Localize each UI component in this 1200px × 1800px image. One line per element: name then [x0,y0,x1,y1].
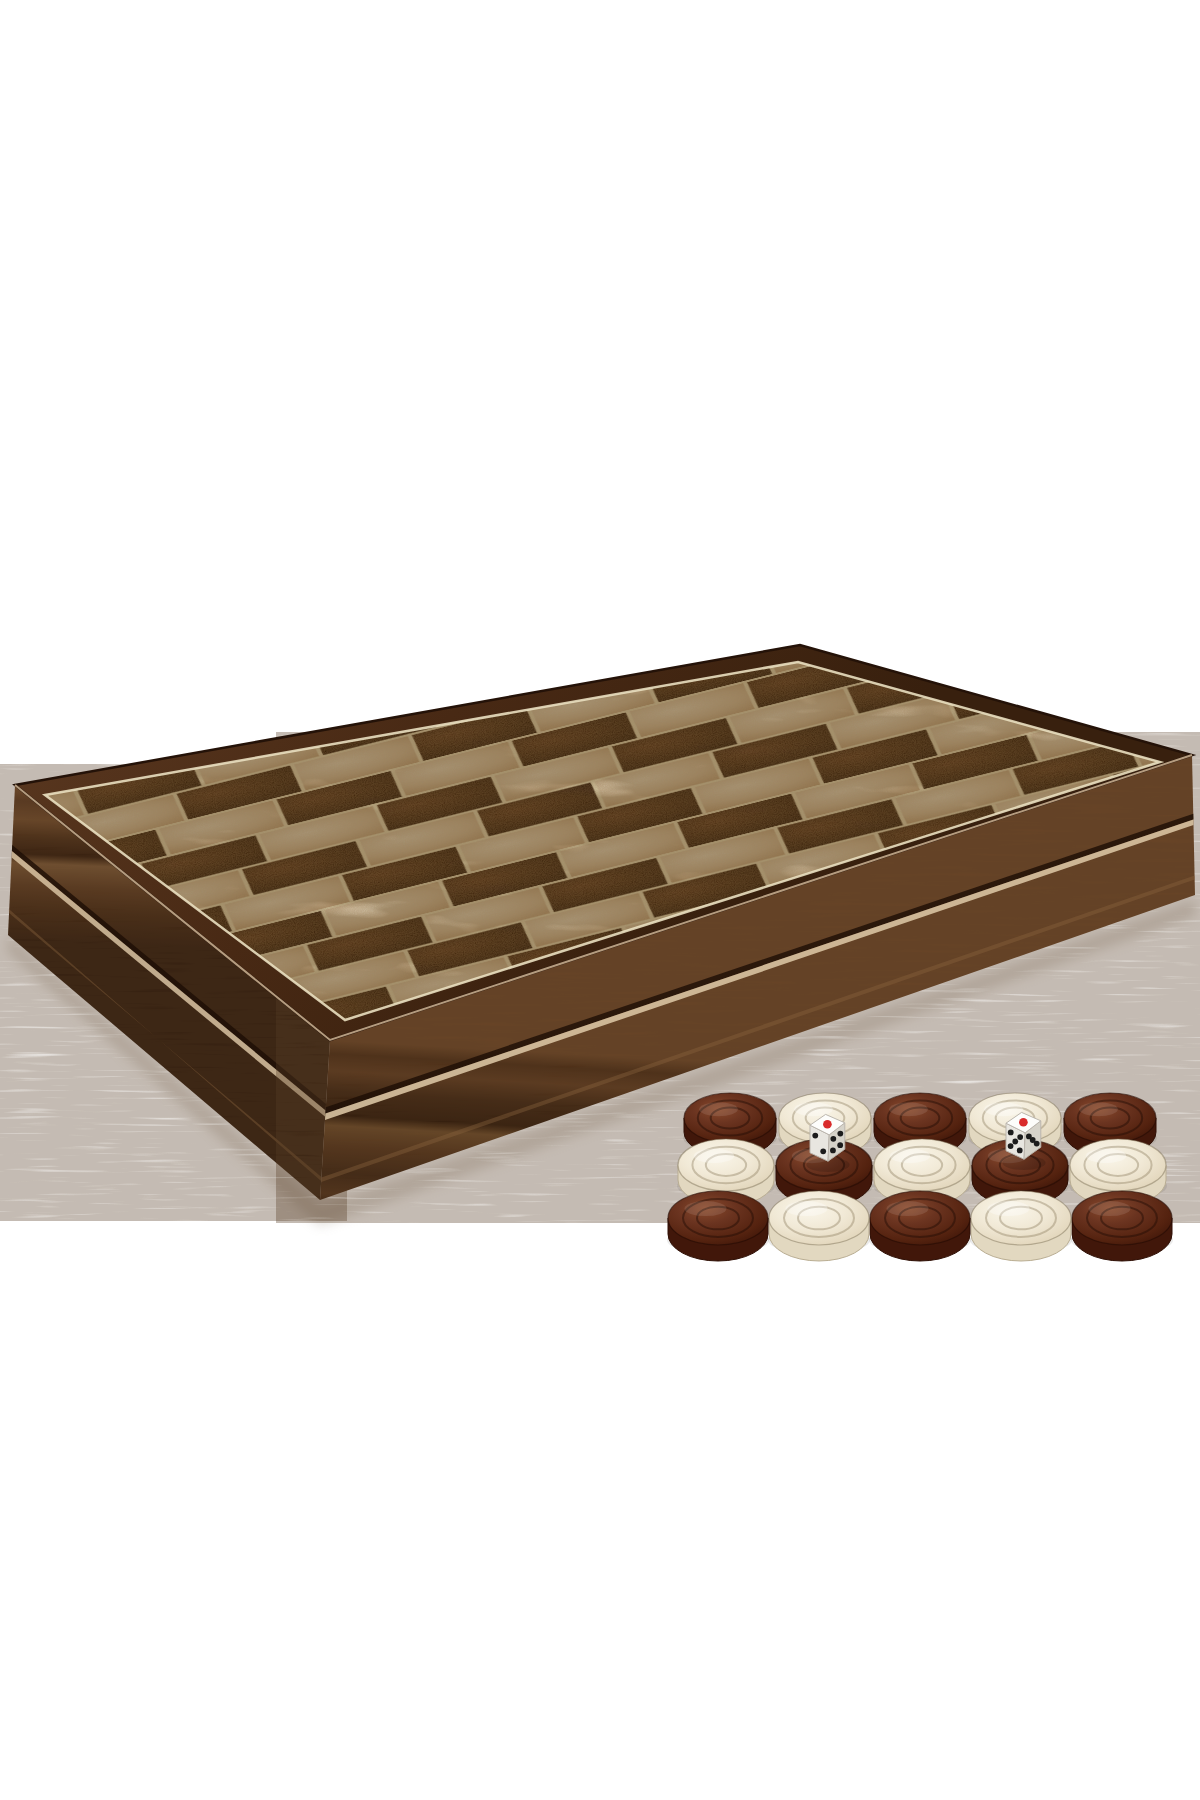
die [1002,1112,1045,1170]
backgammon-set-photo [0,0,1200,1800]
die-black-pip [812,1133,818,1139]
die-black-pip [837,1142,843,1148]
die-black-pip [820,1148,826,1154]
die-black-pip [1008,1130,1014,1136]
die-black-pip [1008,1143,1014,1149]
die-red-pip [823,1120,832,1129]
die-black-pip [1017,1134,1023,1140]
die-red-pip [1019,1118,1028,1127]
checker-white [768,1191,870,1261]
die [806,1114,849,1172]
checker-white [970,1191,1072,1261]
die-black-pip [1012,1139,1018,1145]
checker-brown [1071,1191,1173,1261]
checker-brown [869,1191,971,1261]
die-black-pip [830,1136,836,1142]
die-black-pip [837,1131,843,1137]
checkers-group [667,1093,1173,1261]
checker-brown [667,1191,769,1261]
die-black-pip [830,1148,836,1154]
die-black-pip [1034,1141,1040,1147]
die-black-pip [1017,1148,1023,1154]
scene [0,0,1200,1800]
